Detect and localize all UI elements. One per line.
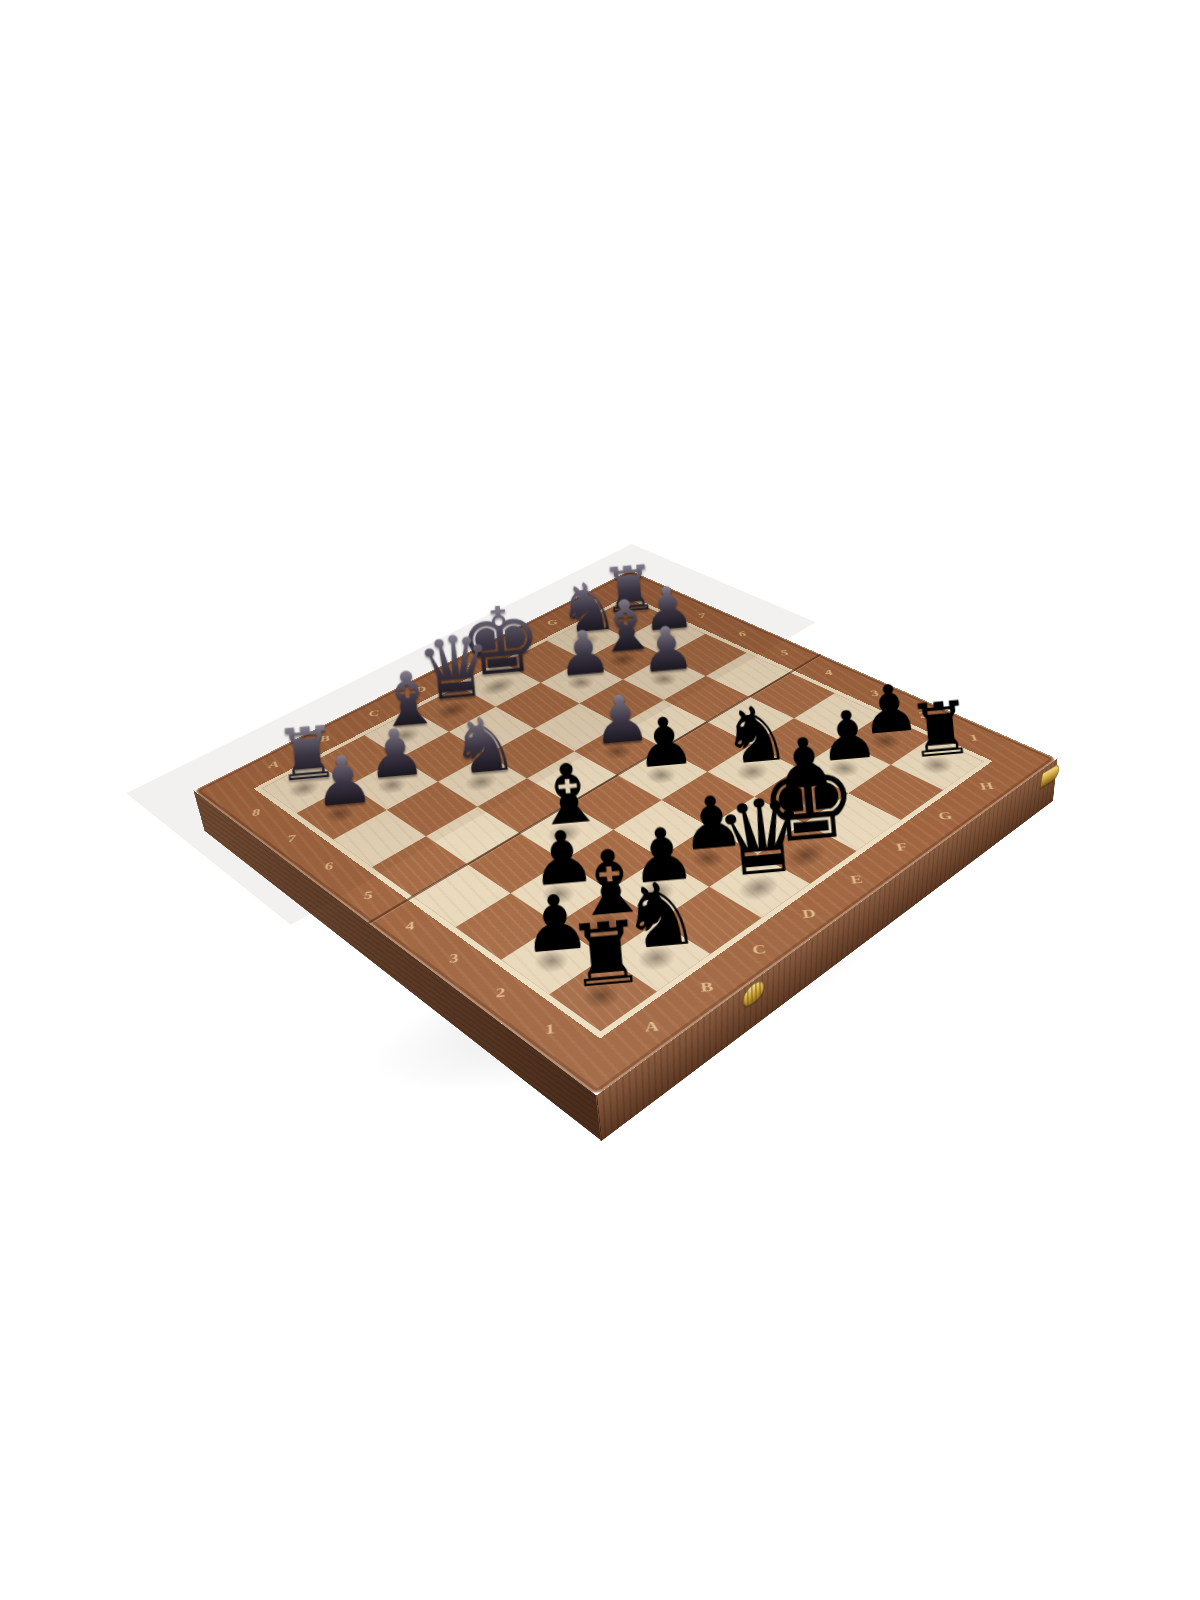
piece-black-pawn: ♟ [280, 743, 407, 820]
piece-white-rook: ♜ [877, 688, 1005, 772]
product-photo-scene: ABCDEFGH ABCDEFGH 87654321 87654321 ♜♝♛♚… [0, 0, 1200, 1600]
rank-label: 8 [649, 585, 678, 613]
rank-label: 7 [687, 601, 718, 630]
piece-white-rook: ♜ [530, 905, 681, 1003]
square-h1: ♜ [891, 738, 984, 790]
rank-label: 6 [726, 619, 759, 650]
